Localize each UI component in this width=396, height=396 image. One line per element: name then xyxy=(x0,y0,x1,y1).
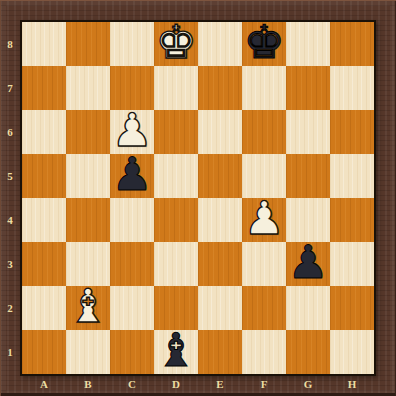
chess-diagram: ♚♚♟♟♟♟♝♝ ABCDEFGH87654321 xyxy=(0,0,396,396)
square-a3[interactable] xyxy=(22,242,66,286)
square-e8[interactable] xyxy=(198,22,242,66)
square-g7[interactable] xyxy=(286,66,330,110)
square-b6[interactable] xyxy=(66,110,110,154)
square-e1[interactable] xyxy=(198,330,242,374)
file-label-e: E xyxy=(198,377,242,391)
black-pawn-g3[interactable]: ♟ xyxy=(287,240,328,284)
square-f3[interactable] xyxy=(242,242,286,286)
square-f2[interactable] xyxy=(242,286,286,330)
file-label-f: F xyxy=(242,377,286,391)
square-h8[interactable] xyxy=(330,22,374,66)
square-a5[interactable] xyxy=(22,154,66,198)
square-c1[interactable] xyxy=(110,330,154,374)
black-pawn-c5[interactable]: ♟ xyxy=(111,152,152,196)
rank-label-3: 3 xyxy=(0,242,20,286)
square-c4[interactable] xyxy=(110,198,154,242)
file-label-a: A xyxy=(22,377,66,391)
rank-label-5: 5 xyxy=(0,154,20,198)
square-d4[interactable] xyxy=(154,198,198,242)
white-king-d8[interactable]: ♚ xyxy=(155,20,196,64)
square-b7[interactable] xyxy=(66,66,110,110)
square-d3[interactable] xyxy=(154,242,198,286)
square-f7[interactable] xyxy=(242,66,286,110)
black-bishop-d1[interactable]: ♝ xyxy=(155,328,196,372)
white-pawn-f4[interactable]: ♟ xyxy=(243,196,284,240)
square-f6[interactable] xyxy=(242,110,286,154)
square-e3[interactable] xyxy=(198,242,242,286)
square-c5[interactable]: ♟ xyxy=(110,154,154,198)
square-d6[interactable] xyxy=(154,110,198,154)
square-g3[interactable]: ♟ xyxy=(286,242,330,286)
square-g1[interactable] xyxy=(286,330,330,374)
file-label-b: B xyxy=(66,377,110,391)
square-e4[interactable] xyxy=(198,198,242,242)
square-a6[interactable] xyxy=(22,110,66,154)
square-a8[interactable] xyxy=(22,22,66,66)
square-h5[interactable] xyxy=(330,154,374,198)
square-b5[interactable] xyxy=(66,154,110,198)
square-d8[interactable]: ♚ xyxy=(154,22,198,66)
square-a1[interactable] xyxy=(22,330,66,374)
rank-label-1: 1 xyxy=(0,330,20,374)
black-king-f8[interactable]: ♚ xyxy=(243,20,284,64)
rank-label-2: 2 xyxy=(0,286,20,330)
square-h7[interactable] xyxy=(330,66,374,110)
square-g5[interactable] xyxy=(286,154,330,198)
square-e6[interactable] xyxy=(198,110,242,154)
square-d1[interactable]: ♝ xyxy=(154,330,198,374)
white-bishop-b2[interactable]: ♝ xyxy=(67,284,108,328)
square-c8[interactable] xyxy=(110,22,154,66)
square-h3[interactable] xyxy=(330,242,374,286)
square-b4[interactable] xyxy=(66,198,110,242)
square-e5[interactable] xyxy=(198,154,242,198)
file-label-g: G xyxy=(286,377,330,391)
square-a2[interactable] xyxy=(22,286,66,330)
square-h4[interactable] xyxy=(330,198,374,242)
square-h2[interactable] xyxy=(330,286,374,330)
square-a4[interactable] xyxy=(22,198,66,242)
square-h1[interactable] xyxy=(330,330,374,374)
file-label-d: D xyxy=(154,377,198,391)
white-pawn-c6[interactable]: ♟ xyxy=(111,108,152,152)
rank-label-8: 8 xyxy=(0,22,20,66)
chess-board: ♚♚♟♟♟♟♝♝ xyxy=(20,20,376,376)
square-a7[interactable] xyxy=(22,66,66,110)
square-c2[interactable] xyxy=(110,286,154,330)
square-d7[interactable] xyxy=(154,66,198,110)
square-g8[interactable] xyxy=(286,22,330,66)
square-f8[interactable]: ♚ xyxy=(242,22,286,66)
square-f4[interactable]: ♟ xyxy=(242,198,286,242)
file-label-h: H xyxy=(330,377,374,391)
square-c3[interactable] xyxy=(110,242,154,286)
rank-label-7: 7 xyxy=(0,66,20,110)
square-g2[interactable] xyxy=(286,286,330,330)
square-b8[interactable] xyxy=(66,22,110,66)
file-label-c: C xyxy=(110,377,154,391)
square-e2[interactable] xyxy=(198,286,242,330)
square-e7[interactable] xyxy=(198,66,242,110)
square-f1[interactable] xyxy=(242,330,286,374)
rank-label-4: 4 xyxy=(0,198,20,242)
square-g6[interactable] xyxy=(286,110,330,154)
square-d5[interactable] xyxy=(154,154,198,198)
square-b1[interactable] xyxy=(66,330,110,374)
rank-label-6: 6 xyxy=(0,110,20,154)
square-b2[interactable]: ♝ xyxy=(66,286,110,330)
square-h6[interactable] xyxy=(330,110,374,154)
